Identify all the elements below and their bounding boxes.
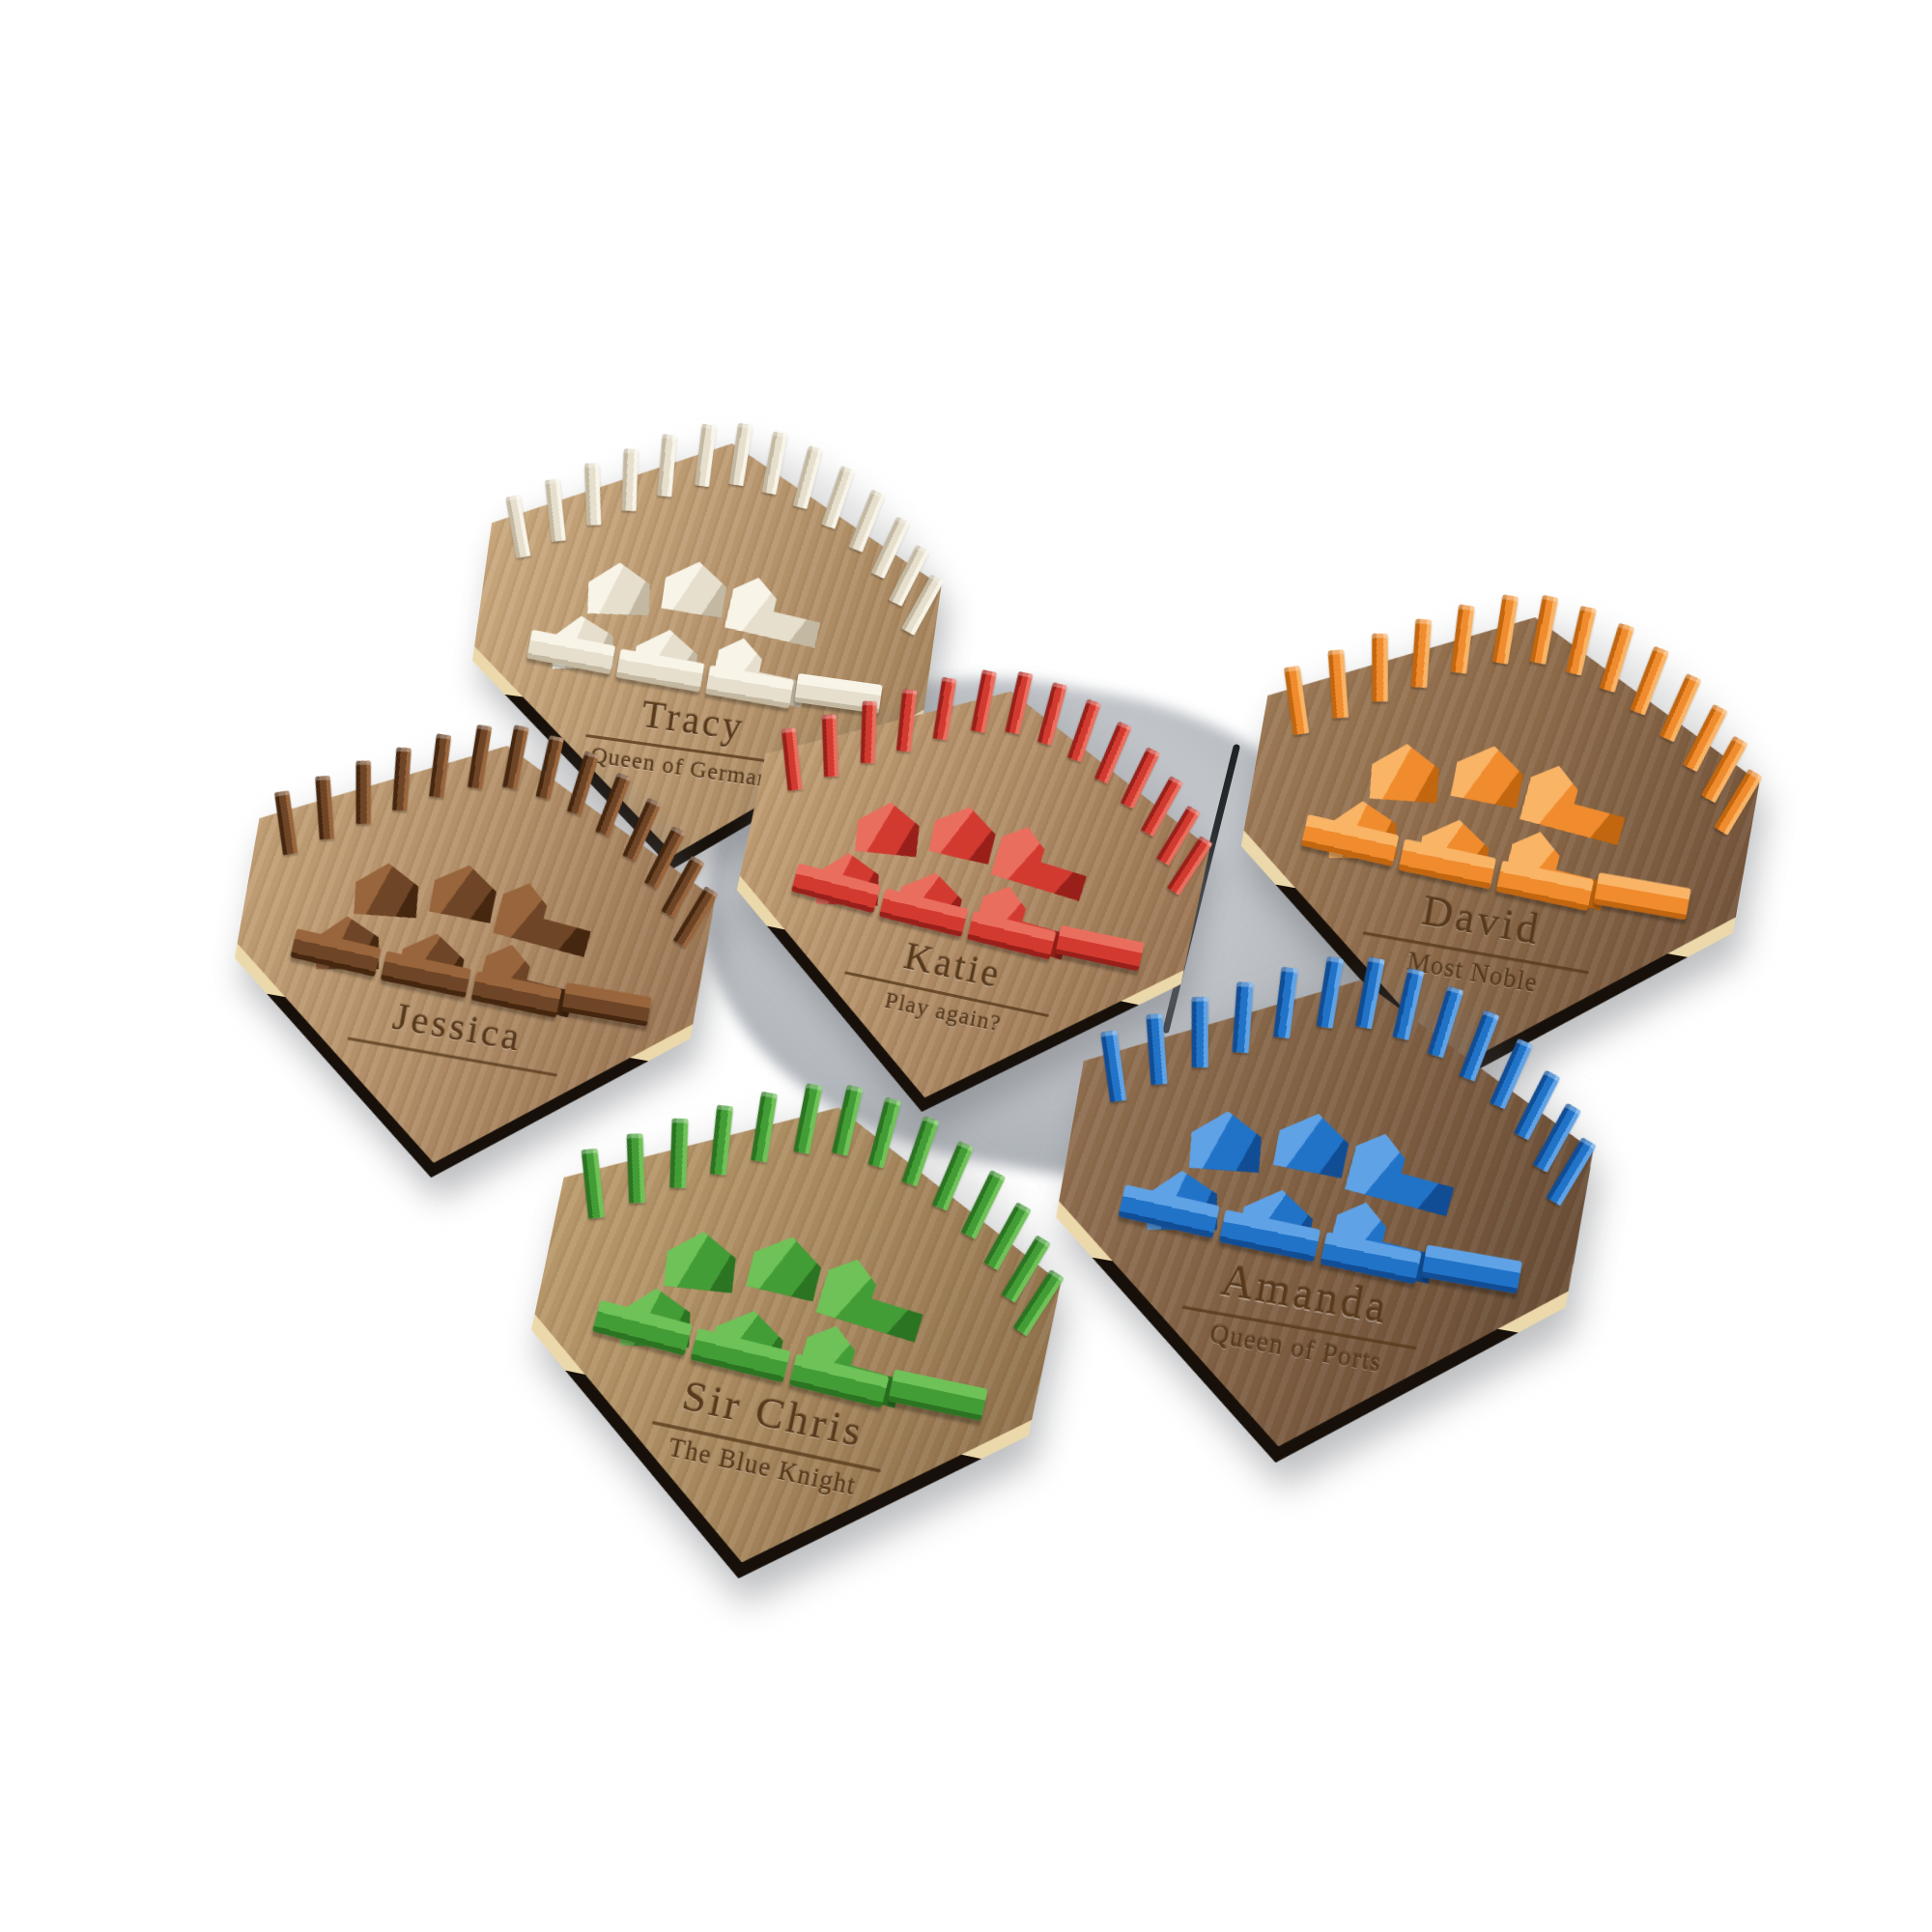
product-photo-scene: Tracy Queen of Germany Jessica Katie Pla… bbox=[0, 0, 1932, 1932]
engraved-label: Sir Chris The Blue Knight bbox=[510, 1336, 1027, 1534]
engraved-label: Amanda Queen of Ports bbox=[1038, 1224, 1565, 1408]
tile-wood-face: Amanda Queen of Ports bbox=[1024, 935, 1616, 1492]
player-tile-amanda: Amanda Queen of Ports bbox=[1024, 935, 1616, 1492]
